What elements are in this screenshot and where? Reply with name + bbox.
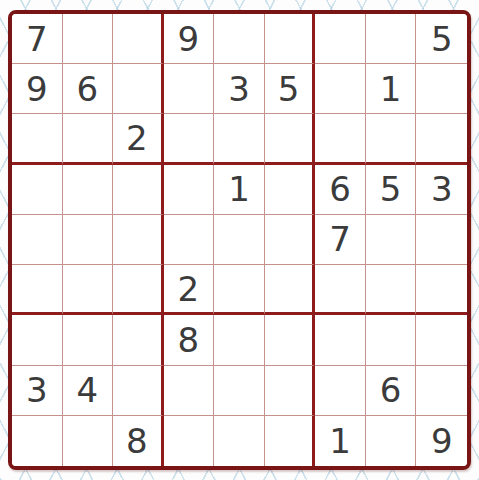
cell-r6c2[interactable] bbox=[63, 265, 114, 315]
cell-r3c7[interactable] bbox=[315, 114, 366, 164]
sudoku-board: 7959635121653728346819 bbox=[8, 10, 471, 470]
cell-r5c7[interactable]: 7 bbox=[315, 215, 366, 265]
cell-r6c3[interactable] bbox=[113, 265, 164, 315]
cell-r4c3[interactable] bbox=[113, 165, 164, 215]
cell-r8c4[interactable] bbox=[164, 366, 215, 416]
cell-r4c1[interactable] bbox=[12, 165, 63, 215]
cell-r2c7[interactable] bbox=[315, 64, 366, 114]
given-digit: 8 bbox=[126, 424, 148, 458]
given-digit: 1 bbox=[329, 424, 351, 458]
cell-r7c2[interactable] bbox=[63, 315, 114, 365]
cell-r8c8[interactable]: 6 bbox=[366, 366, 417, 416]
cell-r4c6[interactable] bbox=[265, 165, 316, 215]
cell-r9c7[interactable]: 1 bbox=[315, 416, 366, 466]
cell-r1c8[interactable] bbox=[366, 14, 417, 64]
given-digit: 2 bbox=[126, 121, 148, 155]
given-digit: 9 bbox=[178, 22, 200, 56]
cell-r6c5[interactable] bbox=[214, 265, 265, 315]
cell-r1c4[interactable]: 9 bbox=[164, 14, 215, 64]
cell-r9c2[interactable] bbox=[63, 416, 114, 466]
cell-r3c8[interactable] bbox=[366, 114, 417, 164]
cell-r5c4[interactable] bbox=[164, 215, 215, 265]
given-digit: 8 bbox=[178, 323, 200, 357]
cell-r1c6[interactable] bbox=[265, 14, 316, 64]
cell-r2c6[interactable]: 5 bbox=[265, 64, 316, 114]
cell-r6c9[interactable] bbox=[416, 265, 467, 315]
cell-r9c5[interactable] bbox=[214, 416, 265, 466]
cell-r5c6[interactable] bbox=[265, 215, 316, 265]
given-digit: 6 bbox=[77, 72, 99, 106]
cell-r9c9[interactable]: 9 bbox=[416, 416, 467, 466]
given-digit: 3 bbox=[431, 172, 453, 206]
cell-r6c7[interactable] bbox=[315, 265, 366, 315]
cell-r6c1[interactable] bbox=[12, 265, 63, 315]
given-digit: 5 bbox=[380, 172, 402, 206]
given-digit: 7 bbox=[329, 222, 351, 256]
cell-r4c7[interactable]: 6 bbox=[315, 165, 366, 215]
cell-r3c3[interactable]: 2 bbox=[113, 114, 164, 164]
given-digit: 4 bbox=[77, 373, 99, 407]
cell-r4c5[interactable]: 1 bbox=[214, 165, 265, 215]
cell-r3c4[interactable] bbox=[164, 114, 215, 164]
cell-r5c9[interactable] bbox=[416, 215, 467, 265]
cell-r1c5[interactable] bbox=[214, 14, 265, 64]
cell-r1c3[interactable] bbox=[113, 14, 164, 64]
cell-r7c6[interactable] bbox=[265, 315, 316, 365]
given-digit: 9 bbox=[431, 424, 453, 458]
given-digit: 2 bbox=[178, 272, 200, 306]
cell-r2c8[interactable]: 1 bbox=[366, 64, 417, 114]
cell-r6c8[interactable] bbox=[366, 265, 417, 315]
cell-r3c5[interactable] bbox=[214, 114, 265, 164]
cell-r7c1[interactable] bbox=[12, 315, 63, 365]
cell-r1c9[interactable]: 5 bbox=[416, 14, 467, 64]
cell-r9c1[interactable] bbox=[12, 416, 63, 466]
cell-r5c8[interactable] bbox=[366, 215, 417, 265]
cell-r7c5[interactable] bbox=[214, 315, 265, 365]
given-digit: 3 bbox=[26, 373, 48, 407]
cell-r5c5[interactable] bbox=[214, 215, 265, 265]
given-digit: 9 bbox=[26, 72, 48, 106]
cell-r7c8[interactable] bbox=[366, 315, 417, 365]
given-digit: 7 bbox=[26, 22, 48, 56]
cell-r6c4[interactable]: 2 bbox=[164, 265, 215, 315]
given-digit: 6 bbox=[329, 172, 351, 206]
cell-r4c2[interactable] bbox=[63, 165, 114, 215]
cell-r2c2[interactable]: 6 bbox=[63, 64, 114, 114]
cell-r8c2[interactable]: 4 bbox=[63, 366, 114, 416]
cell-r3c1[interactable] bbox=[12, 114, 63, 164]
cell-r1c2[interactable] bbox=[63, 14, 114, 64]
cell-r8c6[interactable] bbox=[265, 366, 316, 416]
cell-r2c5[interactable]: 3 bbox=[214, 64, 265, 114]
cell-r8c7[interactable] bbox=[315, 366, 366, 416]
cell-r3c9[interactable] bbox=[416, 114, 467, 164]
cell-r5c2[interactable] bbox=[63, 215, 114, 265]
cell-r2c9[interactable] bbox=[416, 64, 467, 114]
cell-r7c9[interactable] bbox=[416, 315, 467, 365]
cell-r8c1[interactable]: 3 bbox=[12, 366, 63, 416]
cell-r9c6[interactable] bbox=[265, 416, 316, 466]
cell-r9c3[interactable]: 8 bbox=[113, 416, 164, 466]
cell-r3c6[interactable] bbox=[265, 114, 316, 164]
cell-r8c9[interactable] bbox=[416, 366, 467, 416]
page-background: { "game": "sudoku", "grid_size": 9, "pos… bbox=[0, 0, 479, 480]
cell-r5c3[interactable] bbox=[113, 215, 164, 265]
cell-r9c4[interactable] bbox=[164, 416, 215, 466]
cell-r8c3[interactable] bbox=[113, 366, 164, 416]
cell-r7c7[interactable] bbox=[315, 315, 366, 365]
cell-r4c4[interactable] bbox=[164, 165, 215, 215]
given-digit: 5 bbox=[278, 72, 300, 106]
cell-r7c4[interactable]: 8 bbox=[164, 315, 215, 365]
cell-r1c1[interactable]: 7 bbox=[12, 14, 63, 64]
cell-r8c5[interactable] bbox=[214, 366, 265, 416]
cell-r4c8[interactable]: 5 bbox=[366, 165, 417, 215]
cell-r5c1[interactable] bbox=[12, 215, 63, 265]
cell-r2c1[interactable]: 9 bbox=[12, 64, 63, 114]
cell-r2c3[interactable] bbox=[113, 64, 164, 114]
given-digit: 1 bbox=[228, 172, 250, 206]
cell-r4c9[interactable]: 3 bbox=[416, 165, 467, 215]
cell-r9c8[interactable] bbox=[366, 416, 417, 466]
cell-r7c3[interactable] bbox=[113, 315, 164, 365]
given-digit: 1 bbox=[380, 72, 402, 106]
cell-r2c4[interactable] bbox=[164, 64, 215, 114]
cell-r3c2[interactable] bbox=[63, 114, 114, 164]
cell-r1c7[interactable] bbox=[315, 14, 366, 64]
given-digit: 3 bbox=[228, 72, 250, 106]
cell-r6c6[interactable] bbox=[265, 265, 316, 315]
given-digit: 5 bbox=[431, 22, 453, 56]
given-digit: 6 bbox=[380, 373, 402, 407]
